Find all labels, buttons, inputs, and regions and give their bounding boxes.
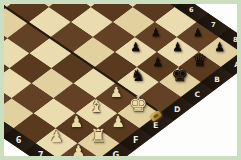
scene: AABBCCDDEEFFGGHH8877665544332211♟♟♛♟♟♚♟♟… [4,4,237,156]
white-pawn[interactable]: ♟ [110,86,123,100]
black-pawn[interactable]: ♟ [214,41,225,53]
black-pawn[interactable]: ♟ [172,41,183,53]
black-pawn[interactable]: ♟ [193,27,203,38]
black-pawn[interactable]: ♟ [152,56,163,68]
white-bishop[interactable]: ♝ [89,98,104,115]
white-pawn[interactable]: ♟ [112,115,125,130]
photo-canvas: AABBCCDDEEFFGGHH8877665544332211♟♟♛♟♟♚♟♟… [0,0,241,160]
black-knight[interactable]: ♞ [131,68,145,84]
white-pawn[interactable]: ♟ [71,144,85,156]
black-queen[interactable]: ♛ [192,52,207,69]
white-king[interactable]: ♚ [129,94,148,115]
black-king[interactable]: ♚ [171,65,188,84]
white-rook[interactable]: ♜ [90,127,106,145]
black-pawn[interactable]: ♟ [151,27,161,38]
black-pawn[interactable]: ♟ [130,41,141,53]
white-pawn[interactable]: ♟ [70,115,83,130]
white-pawn[interactable]: ♟ [50,130,63,145]
